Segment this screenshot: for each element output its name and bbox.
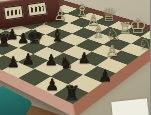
piece-white-pawn[interactable]: ♙ xyxy=(54,8,67,23)
clock-display-left xyxy=(3,5,24,21)
piece-black-rook[interactable]: ♜ xyxy=(63,83,81,103)
piece-black-pawn[interactable]: ♟ xyxy=(17,31,30,45)
piece-black-knight[interactable]: ♞ xyxy=(59,55,73,71)
chess-tournament-photo: ♗♕♙♙♔♖♗♟♘♝♚♟♜♘♙♟♟♟♞♟♟♟♜ xyxy=(0,0,150,115)
piece-white-knight[interactable]: ♘ xyxy=(106,27,120,43)
piece-white-knight[interactable]: ♘ xyxy=(139,37,151,52)
clock-digits-left xyxy=(7,9,21,16)
piece-black-pawn[interactable]: ♟ xyxy=(98,68,112,84)
piece-white-bishop[interactable]: ♗ xyxy=(91,24,105,40)
piece-black-pawn[interactable]: ♟ xyxy=(45,77,59,93)
score-sheet xyxy=(111,98,149,115)
clock-digits-right xyxy=(30,6,44,13)
piece-black-pawn[interactable]: ♟ xyxy=(22,52,35,67)
piece-black-pawn[interactable]: ♟ xyxy=(45,53,58,68)
piece-white-pawn[interactable]: ♙ xyxy=(106,44,119,59)
piece-black-bishop[interactable]: ♝ xyxy=(50,28,64,44)
piece-black-pawn[interactable]: ♟ xyxy=(7,55,20,70)
piece-white-rook[interactable]: ♖ xyxy=(119,21,132,36)
piece-black-pawn[interactable]: ♟ xyxy=(78,51,91,66)
piece-black-rook[interactable]: ♜ xyxy=(0,33,11,49)
clock-display-right xyxy=(27,1,48,17)
piece-white-queen[interactable]: ♕ xyxy=(101,6,117,24)
